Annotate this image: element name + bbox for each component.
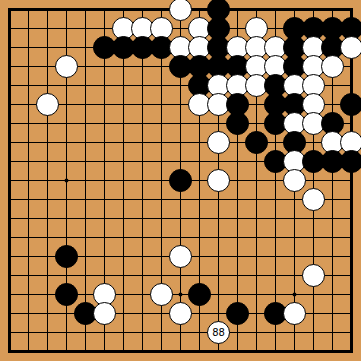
star-point xyxy=(293,293,297,297)
stone-white[interactable] xyxy=(93,302,116,325)
stone-white[interactable] xyxy=(207,169,230,192)
stone-white[interactable] xyxy=(302,264,325,287)
stone-white[interactable] xyxy=(283,302,306,325)
stone-black[interactable] xyxy=(340,93,361,116)
stone-white[interactable] xyxy=(321,55,344,78)
stone-white[interactable] xyxy=(55,55,78,78)
stone-white[interactable] xyxy=(302,188,325,211)
stone-white[interactable] xyxy=(283,169,306,192)
stone-black[interactable] xyxy=(245,131,268,154)
stone-black[interactable] xyxy=(340,150,361,173)
go-board[interactable]: 88 xyxy=(0,0,361,361)
stone-white[interactable] xyxy=(169,245,192,268)
stone-black[interactable] xyxy=(55,245,78,268)
stone-black[interactable] xyxy=(226,302,249,325)
stone-black[interactable] xyxy=(188,283,211,306)
stone-black[interactable] xyxy=(169,169,192,192)
stone-black[interactable] xyxy=(55,283,78,306)
stone-white[interactable] xyxy=(207,131,230,154)
stone-white[interactable] xyxy=(169,302,192,325)
star-point xyxy=(179,293,183,297)
stone-black[interactable] xyxy=(226,112,249,135)
move-88-stone[interactable]: 88 xyxy=(207,321,230,344)
stone-white[interactable] xyxy=(340,36,361,59)
stone-white[interactable] xyxy=(150,283,173,306)
stone-white[interactable] xyxy=(36,93,59,116)
star-point xyxy=(65,179,69,183)
